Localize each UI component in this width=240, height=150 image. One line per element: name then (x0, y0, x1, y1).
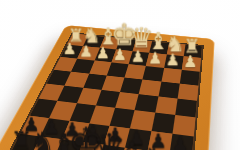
chess-board: ♜♞♝♚♛♝♞♜♟♟♟♟♟♟♟♟♟♟♟♟♟♟♟♟♜♞♝♚♛♝♞♜ (0, 25, 215, 150)
board-square (120, 77, 143, 94)
black-pawn: ♟ (172, 134, 190, 150)
board-square (76, 88, 101, 106)
board-square: ♟ (147, 131, 172, 150)
black-pawn: ♟ (128, 128, 146, 148)
black-pawn: ♟ (23, 115, 40, 134)
board-grid: ♜♞♝♚♛♝♞♜♟♟♟♟♟♟♟♟♟♟♟♟♟♟♟♟♜♞♝♚♛♝♞♜ (7, 32, 204, 150)
board-square: ♟ (104, 125, 131, 147)
black-pawn: ♟ (106, 125, 123, 145)
white-rook: ♜ (184, 38, 201, 57)
product-photo: ♜♞♝♚♛♝♞♜♟♟♟♟♟♟♟♟♟♟♟♟♟♟♟♟♜♞♝♚♛♝♞♜ (0, 0, 240, 150)
board-square (177, 83, 198, 100)
black-pawn: ♟ (150, 131, 168, 150)
photo-scene: ♜♞♝♚♛♝♞♜♟♟♟♟♟♟♟♟♟♟♟♟♟♟♟♟♜♞♝♚♛♝♞♜ (0, 0, 240, 150)
white-rook: ♜ (67, 27, 83, 45)
black-pawn: ♟ (85, 123, 102, 142)
board-square (155, 96, 178, 115)
board-square (39, 84, 65, 101)
board-square (180, 69, 200, 85)
board-square (139, 79, 161, 96)
black-pawn: ♟ (43, 118, 60, 137)
white-knight: ♞ (165, 33, 184, 55)
board-square: ♟ (169, 133, 193, 150)
